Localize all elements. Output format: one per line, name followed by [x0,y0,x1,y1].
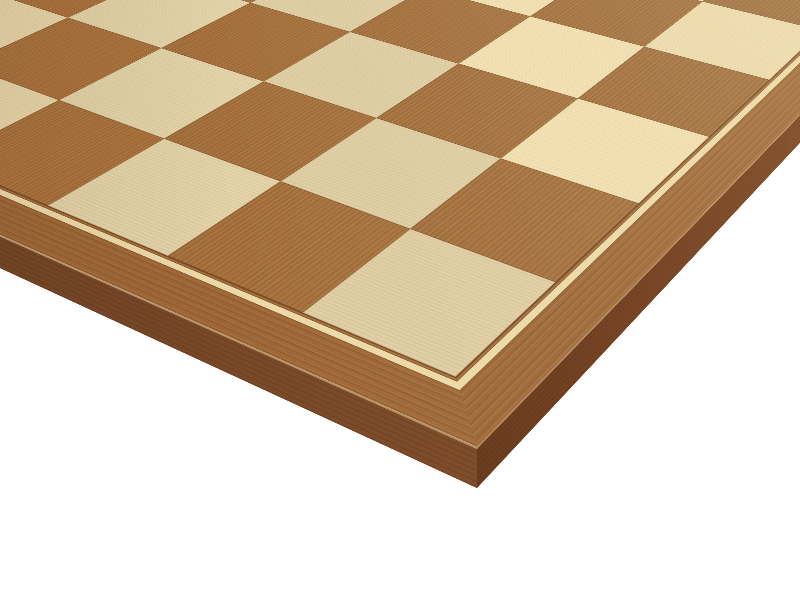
photo-background [0,0,800,600]
chessboard [0,0,800,447]
board-top-surface [0,0,800,447]
